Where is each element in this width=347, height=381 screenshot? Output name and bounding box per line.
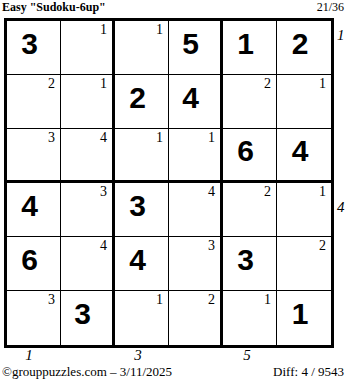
col-label-5: 5 <box>243 348 251 363</box>
given-digit: 3 <box>129 191 146 221</box>
col-label-3: 3 <box>134 348 142 363</box>
cell-r2c2[interactable]: 1 <box>61 75 115 129</box>
given-digit: 6 <box>237 136 254 166</box>
difficulty-text: Diff: 4 / 9543 <box>273 364 344 380</box>
corner-mark: 1 <box>264 292 271 307</box>
corner-mark: 2 <box>48 76 55 91</box>
corner-mark: 3 <box>48 292 55 307</box>
corner-mark: 2 <box>264 184 271 199</box>
corner-mark: 1 <box>100 22 107 37</box>
cell-r6c5[interactable]: 1 <box>223 291 277 345</box>
cell-r3c1[interactable]: 3 <box>7 129 61 183</box>
cell-r2c6[interactable]: 1 <box>277 75 331 129</box>
sudoku-board: 311512212421341164433421644332331211 <box>4 18 334 348</box>
cell-r1c1: 3 <box>7 21 61 75</box>
given-digit: 4 <box>292 136 309 166</box>
cell-r6c1[interactable]: 3 <box>7 291 61 345</box>
corner-mark: 2 <box>208 292 215 307</box>
corner-mark: 1 <box>100 76 107 91</box>
cell-r4c5[interactable]: 2 <box>223 183 277 237</box>
given-digit: 6 <box>21 245 38 275</box>
cell-r3c6: 4 <box>277 129 331 183</box>
cell-r6c2: 3 <box>61 291 115 345</box>
cell-r1c4: 5 <box>169 21 223 75</box>
cell-r3c2[interactable]: 4 <box>61 129 115 183</box>
cell-r3c4[interactable]: 1 <box>169 129 223 183</box>
cell-r2c5[interactable]: 2 <box>223 75 277 129</box>
cell-r5c4[interactable]: 3 <box>169 237 223 291</box>
corner-mark: 3 <box>208 238 215 253</box>
given-digit: 4 <box>182 83 199 113</box>
given-digit: 2 <box>292 29 309 59</box>
given-digit: 1 <box>237 29 254 59</box>
col-label-1: 1 <box>25 348 33 363</box>
cell-r4c6[interactable]: 1 <box>277 183 331 237</box>
corner-mark: 2 <box>319 238 326 253</box>
given-digit: 4 <box>21 191 38 221</box>
given-digit: 3 <box>21 29 38 59</box>
corner-mark: 1 <box>319 184 326 199</box>
given-digit: 3 <box>74 299 91 329</box>
cell-r6c3[interactable]: 1 <box>115 291 169 345</box>
cell-r5c3: 4 <box>115 237 169 291</box>
cell-r3c3[interactable]: 1 <box>115 129 169 183</box>
cell-r4c2[interactable]: 3 <box>61 183 115 237</box>
given-digit: 3 <box>237 245 254 275</box>
given-digit: 1 <box>292 299 309 329</box>
cell-r2c4: 4 <box>169 75 223 129</box>
cell-r3c5: 6 <box>223 129 277 183</box>
corner-mark: 3 <box>48 130 55 145</box>
cell-r1c5: 1 <box>223 21 277 75</box>
cell-r5c5: 3 <box>223 237 277 291</box>
copyright-text: ©grouppuzzles.com – 3/11/2025 <box>2 364 172 380</box>
cell-r6c4[interactable]: 2 <box>169 291 223 345</box>
given-digit: 4 <box>129 245 146 275</box>
row-label-4: 4 <box>337 200 345 215</box>
cell-r4c3: 3 <box>115 183 169 237</box>
cell-r1c6: 2 <box>277 21 331 75</box>
given-digit: 2 <box>129 83 146 113</box>
cell-r5c2[interactable]: 4 <box>61 237 115 291</box>
cell-r5c1: 6 <box>7 237 61 291</box>
corner-mark: 2 <box>264 76 271 91</box>
cell-r4c4[interactable]: 4 <box>169 183 223 237</box>
corner-mark: 4 <box>100 130 107 145</box>
given-digit: 5 <box>182 29 199 59</box>
cell-r1c2[interactable]: 1 <box>61 21 115 75</box>
page-title: Easy "Sudoku-6up" <box>2 0 106 15</box>
row-label-1: 1 <box>337 28 345 43</box>
cell-r1c3[interactable]: 1 <box>115 21 169 75</box>
corner-mark: 1 <box>156 22 163 37</box>
corner-mark: 1 <box>208 130 215 145</box>
cell-r5c6[interactable]: 2 <box>277 237 331 291</box>
corner-mark: 1 <box>156 130 163 145</box>
cell-r2c1[interactable]: 2 <box>7 75 61 129</box>
puzzle-counter: 21/36 <box>317 0 344 15</box>
corner-mark: 4 <box>100 238 107 253</box>
corner-mark: 1 <box>156 292 163 307</box>
corner-mark: 1 <box>319 76 326 91</box>
cell-r6c6: 1 <box>277 291 331 345</box>
cell-r2c3: 2 <box>115 75 169 129</box>
corner-mark: 3 <box>100 184 107 199</box>
corner-mark: 4 <box>208 184 215 199</box>
cell-r4c1: 4 <box>7 183 61 237</box>
